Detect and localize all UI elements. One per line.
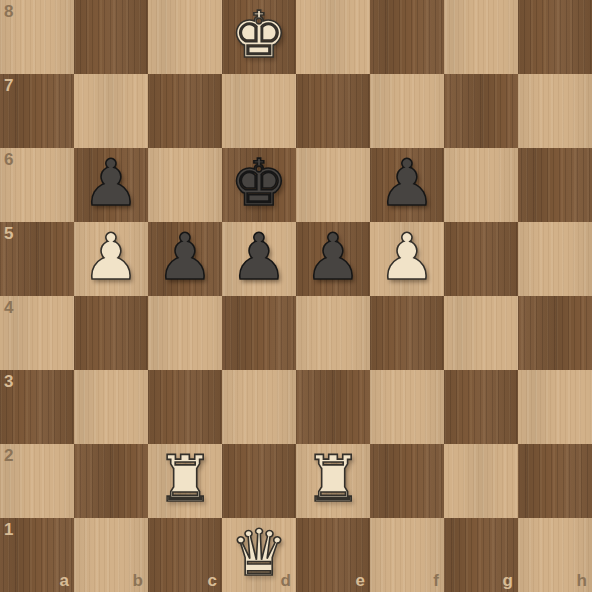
square-b6[interactable]: ♟ <box>74 148 148 222</box>
square-c6[interactable] <box>148 148 222 222</box>
rank-label-6: 6 <box>4 151 13 168</box>
square-f7[interactable] <box>370 74 444 148</box>
piece-black-pawn[interactable]: ♟ <box>230 222 287 294</box>
square-a1[interactable]: 1a <box>0 518 74 592</box>
square-g4[interactable] <box>444 296 518 370</box>
file-label-f: f <box>433 572 439 589</box>
square-e8[interactable] <box>296 0 370 74</box>
square-a3[interactable]: 3 <box>0 370 74 444</box>
rank-label-1: 1 <box>4 521 13 538</box>
square-b1[interactable]: b <box>74 518 148 592</box>
piece-white-rook[interactable]: ♜ <box>304 444 361 516</box>
piece-white-queen[interactable]: ♛ <box>230 518 287 590</box>
file-label-c: c <box>208 572 217 589</box>
square-e7[interactable] <box>296 74 370 148</box>
square-c5[interactable]: ♟ <box>148 222 222 296</box>
square-c8[interactable] <box>148 0 222 74</box>
square-a4[interactable]: 4 <box>0 296 74 370</box>
piece-black-pawn[interactable]: ♟ <box>378 148 435 220</box>
square-g5[interactable] <box>444 222 518 296</box>
square-h6[interactable] <box>518 148 592 222</box>
square-g6[interactable] <box>444 148 518 222</box>
square-g7[interactable] <box>444 74 518 148</box>
square-h8[interactable] <box>518 0 592 74</box>
file-label-g: g <box>503 572 513 589</box>
square-a8[interactable]: 8 <box>0 0 74 74</box>
piece-black-pawn[interactable]: ♟ <box>82 148 139 220</box>
piece-white-king[interactable]: ♚ <box>230 0 287 72</box>
square-b5[interactable]: ♟ <box>74 222 148 296</box>
square-d6[interactable]: ♚ <box>222 148 296 222</box>
square-d8[interactable]: ♚ <box>222 0 296 74</box>
square-c2[interactable]: ♜ <box>148 444 222 518</box>
piece-black-pawn[interactable]: ♟ <box>304 222 361 294</box>
square-a6[interactable]: 6 <box>0 148 74 222</box>
piece-black-pawn[interactable]: ♟ <box>156 222 213 294</box>
square-f2[interactable] <box>370 444 444 518</box>
square-f1[interactable]: f <box>370 518 444 592</box>
square-c4[interactable] <box>148 296 222 370</box>
chess-board: 8♚76♟♚♟5♟♟♟♟♟432♜♜1abcd♛efgh <box>0 0 592 592</box>
square-e3[interactable] <box>296 370 370 444</box>
square-b8[interactable] <box>74 0 148 74</box>
square-e5[interactable]: ♟ <box>296 222 370 296</box>
square-f8[interactable] <box>370 0 444 74</box>
square-a7[interactable]: 7 <box>0 74 74 148</box>
rank-label-2: 2 <box>4 447 13 464</box>
square-b2[interactable] <box>74 444 148 518</box>
square-h4[interactable] <box>518 296 592 370</box>
square-g2[interactable] <box>444 444 518 518</box>
square-a2[interactable]: 2 <box>0 444 74 518</box>
square-h7[interactable] <box>518 74 592 148</box>
square-g1[interactable]: g <box>444 518 518 592</box>
square-d7[interactable] <box>222 74 296 148</box>
square-g3[interactable] <box>444 370 518 444</box>
piece-white-pawn[interactable]: ♟ <box>82 222 139 294</box>
file-label-a: a <box>60 572 69 589</box>
rank-label-4: 4 <box>4 299 13 316</box>
square-h2[interactable] <box>518 444 592 518</box>
file-label-b: b <box>133 572 143 589</box>
piece-black-king[interactable]: ♚ <box>230 148 287 220</box>
square-h5[interactable] <box>518 222 592 296</box>
square-c7[interactable] <box>148 74 222 148</box>
square-c3[interactable] <box>148 370 222 444</box>
file-label-e: e <box>356 572 365 589</box>
rank-label-7: 7 <box>4 77 13 94</box>
rank-label-3: 3 <box>4 373 13 390</box>
square-b7[interactable] <box>74 74 148 148</box>
piece-white-rook[interactable]: ♜ <box>156 444 213 516</box>
rank-label-8: 8 <box>4 3 13 20</box>
square-d1[interactable]: d♛ <box>222 518 296 592</box>
square-b4[interactable] <box>74 296 148 370</box>
square-a5[interactable]: 5 <box>0 222 74 296</box>
square-d3[interactable] <box>222 370 296 444</box>
square-e2[interactable]: ♜ <box>296 444 370 518</box>
square-e4[interactable] <box>296 296 370 370</box>
square-f6[interactable]: ♟ <box>370 148 444 222</box>
square-f5[interactable]: ♟ <box>370 222 444 296</box>
square-f3[interactable] <box>370 370 444 444</box>
square-e6[interactable] <box>296 148 370 222</box>
square-d5[interactable]: ♟ <box>222 222 296 296</box>
square-h3[interactable] <box>518 370 592 444</box>
square-h1[interactable]: h <box>518 518 592 592</box>
file-label-h: h <box>577 572 587 589</box>
rank-label-5: 5 <box>4 225 13 242</box>
square-d4[interactable] <box>222 296 296 370</box>
square-c1[interactable]: c <box>148 518 222 592</box>
square-g8[interactable] <box>444 0 518 74</box>
square-e1[interactable]: e <box>296 518 370 592</box>
piece-white-pawn[interactable]: ♟ <box>378 222 435 294</box>
square-f4[interactable] <box>370 296 444 370</box>
square-b3[interactable] <box>74 370 148 444</box>
square-d2[interactable] <box>222 444 296 518</box>
